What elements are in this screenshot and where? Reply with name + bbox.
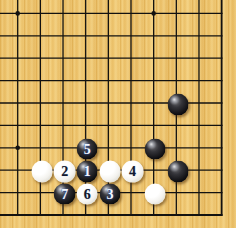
move-number-label: 1 bbox=[77, 161, 99, 183]
stone-white-L3[interactable] bbox=[31, 161, 52, 183]
stone-black-R3[interactable] bbox=[167, 161, 189, 183]
move-number-label: 2 bbox=[54, 161, 76, 183]
move-number-label: 5 bbox=[77, 139, 99, 161]
stone-black-O2[interactable]: 3 bbox=[99, 183, 121, 205]
stone-white-Q2[interactable] bbox=[145, 183, 167, 205]
stone-black-M2[interactable]: 7 bbox=[54, 183, 76, 205]
go-board[interactable]: 2145763 bbox=[0, 0, 236, 228]
stone-white-N2[interactable]: 6 bbox=[77, 183, 99, 205]
move-number-label: 3 bbox=[99, 183, 121, 205]
stones-layer: 2145763 bbox=[6, 2, 233, 226]
stone-black-N3[interactable]: 1 bbox=[77, 161, 99, 183]
stone-white-M3[interactable]: 2 bbox=[54, 161, 76, 183]
stone-black-Q4[interactable] bbox=[145, 139, 167, 161]
stone-white-P3[interactable]: 4 bbox=[122, 161, 144, 183]
stone-black-N4[interactable]: 5 bbox=[77, 139, 99, 161]
stone-black-R6[interactable] bbox=[167, 94, 189, 116]
move-number-label: 7 bbox=[54, 183, 76, 205]
move-number-label: 6 bbox=[77, 183, 99, 205]
move-number-label: 4 bbox=[122, 161, 144, 183]
stone-white-O3[interactable] bbox=[99, 161, 121, 183]
